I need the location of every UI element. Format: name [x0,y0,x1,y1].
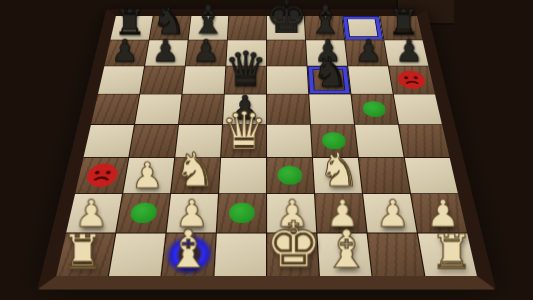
white-bishop-f1[interactable]: ♝ [321,223,368,276]
square-d4[interactable]: ♛ [221,124,266,156]
square-e6[interactable] [266,66,307,93]
square-f5[interactable] [309,94,354,124]
board-grid[interactable]: ♜♞♝♚♝♜♟♟♟♟♟♟♛♞♟♛♟♞♞♟♟♟♟♟♟♜♝♚♝♜ [56,16,477,276]
square-h6[interactable] [388,66,434,93]
square-a1[interactable]: ♜ [56,233,115,275]
square-c1[interactable]: ♝ [161,233,215,275]
square-h1[interactable]: ♜ [417,233,476,275]
square-e5[interactable] [266,94,309,124]
square-h3[interactable] [404,157,457,192]
square-d1[interactable] [214,233,266,275]
black-pawn-b7[interactable]: ♟ [151,35,178,65]
square-h4[interactable] [399,124,449,156]
square-g1[interactable] [367,233,423,275]
square-h5[interactable] [393,94,441,124]
square-a6[interactable] [98,66,144,93]
square-e1[interactable]: ♚ [267,233,319,275]
square-g7[interactable]: ♟ [345,40,388,65]
white-knight-c3[interactable]: ♞ [173,146,215,193]
black-knight-f6[interactable]: ♞ [311,52,348,93]
square-b3[interactable]: ♟ [123,157,174,192]
square-g2[interactable]: ♟ [363,193,417,232]
move-dot-d2[interactable] [229,202,255,222]
square-b6[interactable] [140,66,184,93]
warning-face-h6[interactable] [395,70,428,90]
square-f3[interactable]: ♞ [312,157,361,192]
white-queen-d4[interactable]: ♛ [220,104,267,156]
board-frame: ♜♞♝♚♝♜♟♟♟♟♟♟♛♞♟♛♟♞♞♟♟♟♟♟♟♜♝♚♝♜ [37,9,496,289]
white-rook-a1[interactable]: ♜ [60,227,103,275]
square-b1[interactable] [108,233,164,275]
square-d2[interactable] [216,193,265,232]
square-c7[interactable]: ♟ [185,40,226,65]
black-pawn-g7[interactable]: ♟ [354,35,381,65]
square-c6[interactable] [182,66,225,93]
square-b5[interactable] [135,94,181,124]
square-d3[interactable] [219,157,266,192]
square-a7[interactable]: ♟ [104,40,148,65]
square-a5[interactable] [91,94,139,124]
square-e3[interactable] [267,157,314,192]
square-g4[interactable] [355,124,404,156]
square-e7[interactable] [266,40,306,65]
warning-face-a3[interactable] [82,162,120,187]
square-a3[interactable] [75,157,128,192]
white-pawn-g2[interactable]: ♟ [375,194,409,232]
square-f6[interactable]: ♞ [307,66,350,93]
square-e4[interactable] [267,124,312,156]
square-f1[interactable]: ♝ [317,233,371,275]
square-d8[interactable] [227,16,265,40]
square-c5[interactable] [179,94,224,124]
white-knight-f3[interactable]: ♞ [317,146,359,193]
square-b4[interactable] [129,124,178,156]
board-tilt: ♜♞♝♚♝♜♟♟♟♟♟♟♛♞♟♛♟♞♞♟♟♟♟♟♟♜♝♚♝♜ [37,9,496,289]
black-pawn-h7[interactable]: ♟ [394,35,421,65]
square-a4[interactable] [83,124,133,156]
square-g5[interactable] [351,94,397,124]
square-b7[interactable]: ♟ [145,40,188,65]
white-bishop-c1[interactable]: ♝ [163,223,210,276]
black-pawn-c7[interactable]: ♟ [191,35,218,65]
square-g3[interactable] [358,157,409,192]
square-b2[interactable] [116,193,170,232]
white-rook-h1[interactable]: ♜ [429,227,472,275]
black-queen-d6[interactable]: ♛ [223,45,266,93]
square-e8[interactable]: ♚ [266,16,304,40]
square-g6[interactable] [348,66,392,93]
square-h7[interactable]: ♟ [384,40,428,65]
move-dot-b2[interactable] [129,202,157,222]
black-king-e8[interactable]: ♚ [264,0,306,39]
white-king-e1[interactable]: ♚ [264,212,321,276]
game-scene: ♜♞♝♚♝♜♟♟♟♟♟♟♛♞♟♛♟♞♞♟♟♟♟♟♟♜♝♚♝♜ [0,0,533,300]
white-pawn-b3[interactable]: ♟ [130,157,162,193]
move-dot-g5[interactable] [362,101,386,116]
black-pawn-a7[interactable]: ♟ [110,35,137,65]
square-c3[interactable]: ♞ [171,157,220,192]
move-dot-e3[interactable] [277,166,301,184]
